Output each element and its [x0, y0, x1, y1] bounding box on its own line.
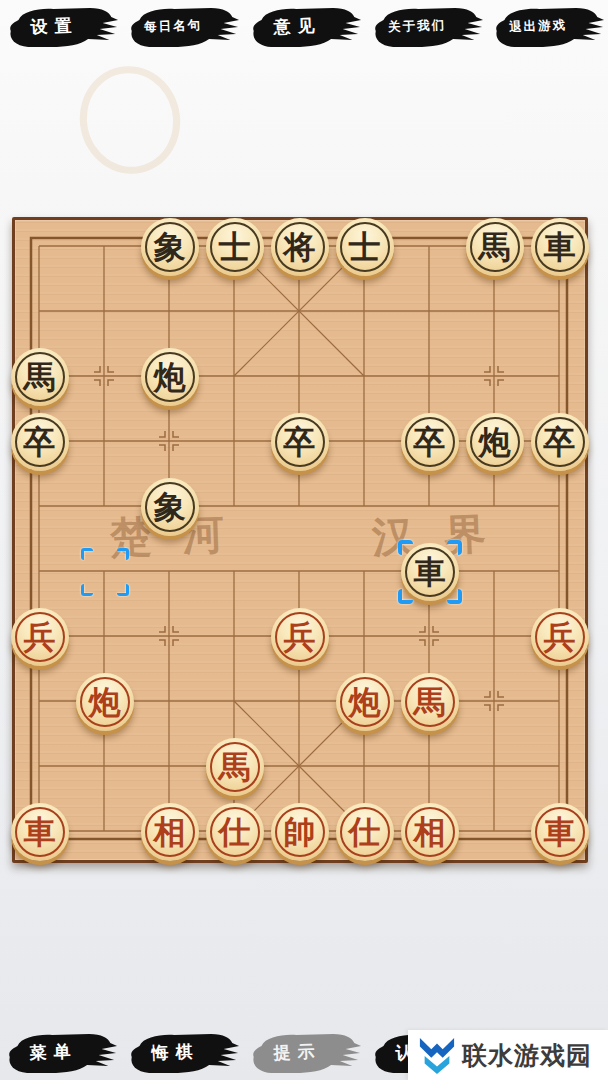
piece-black-士-30[interactable]: 士	[206, 218, 264, 276]
daily-quote-button[interactable]: 每日名句	[124, 6, 240, 50]
brand-banner: 联水游戏园	[408, 1030, 608, 1080]
exit-game-button-label: 退出游戏	[494, 5, 579, 48]
piece-red-炮-17[interactable]: 炮	[76, 673, 134, 731]
hint-button-label: 提示	[251, 1031, 336, 1074]
piece-red-炮-57[interactable]: 炮	[336, 673, 394, 731]
last-move-from-marker	[81, 548, 129, 596]
daily-quote-button-label: 每日名句	[130, 5, 215, 48]
piece-black-車-65[interactable]: 車	[401, 543, 459, 601]
undo-move-button-label: 悔棋	[129, 1031, 214, 1074]
piece-red-馬-67[interactable]: 馬	[401, 673, 459, 731]
feedback-button[interactable]: 意见	[246, 6, 362, 50]
about-us-button[interactable]: 关于我们	[368, 6, 484, 50]
piece-black-士-50[interactable]: 士	[336, 218, 394, 276]
piece-black-馬-02[interactable]: 馬	[11, 348, 69, 406]
piece-red-兵-46[interactable]: 兵	[271, 608, 329, 666]
piece-black-象-20[interactable]: 象	[141, 218, 199, 276]
piece-black-将-40[interactable]: 将	[271, 218, 329, 276]
brand-name: 联水游戏园	[462, 1039, 592, 1072]
feedback-button-label: 意见	[251, 5, 336, 48]
piece-black-車-80[interactable]: 車	[531, 218, 589, 276]
piece-black-卒-03[interactable]: 卒	[11, 413, 69, 471]
piece-black-卒-63[interactable]: 卒	[401, 413, 459, 471]
xiangqi-board[interactable]: 楚河 汉界 象士将士馬車馬炮卒卒卒炮卒象車兵兵兵炮炮馬馬車相仕帥仕相車	[12, 217, 588, 863]
menu-button-label: 菜单	[7, 1031, 92, 1074]
pieces-layer: 象士将士馬車馬炮卒卒卒炮卒象車兵兵兵炮炮馬馬車相仕帥仕相車	[7, 214, 592, 864]
about-us-button-label: 关于我们	[373, 5, 458, 48]
piece-black-卒-43[interactable]: 卒	[271, 413, 329, 471]
background-watermark	[70, 57, 190, 183]
piece-red-兵-06[interactable]: 兵	[11, 608, 69, 666]
piece-red-仕-39[interactable]: 仕	[206, 803, 264, 861]
piece-red-兵-86[interactable]: 兵	[531, 608, 589, 666]
piece-red-相-69[interactable]: 相	[401, 803, 459, 861]
hint-button[interactable]: 提示	[246, 1032, 362, 1076]
piece-red-相-29[interactable]: 相	[141, 803, 199, 861]
piece-red-車-89[interactable]: 車	[531, 803, 589, 861]
exit-game-button[interactable]: 退出游戏	[489, 6, 605, 50]
menu-button[interactable]: 菜单	[2, 1032, 118, 1076]
piece-black-卒-83[interactable]: 卒	[531, 413, 589, 471]
brand-logo-icon	[418, 1035, 456, 1075]
settings-button-label: 设置	[8, 5, 93, 48]
piece-red-帥-49[interactable]: 帥	[271, 803, 329, 861]
piece-red-馬-38[interactable]: 馬	[206, 738, 264, 796]
top-menu-bar: 设置 每日名句 意见 关于我们 退出游戏	[0, 6, 608, 50]
piece-red-車-09[interactable]: 車	[11, 803, 69, 861]
piece-black-馬-70[interactable]: 馬	[466, 218, 524, 276]
piece-black-象-24[interactable]: 象	[141, 478, 199, 536]
piece-black-炮-73[interactable]: 炮	[466, 413, 524, 471]
piece-black-炮-22[interactable]: 炮	[141, 348, 199, 406]
app-screen: 设置 每日名句 意见 关于我们 退出游戏 楚河 汉界 象士将士馬車馬炮卒卒卒炮卒…	[0, 0, 608, 1080]
piece-red-仕-59[interactable]: 仕	[336, 803, 394, 861]
settings-button[interactable]: 设置	[3, 6, 119, 50]
undo-move-button[interactable]: 悔棋	[124, 1032, 240, 1076]
